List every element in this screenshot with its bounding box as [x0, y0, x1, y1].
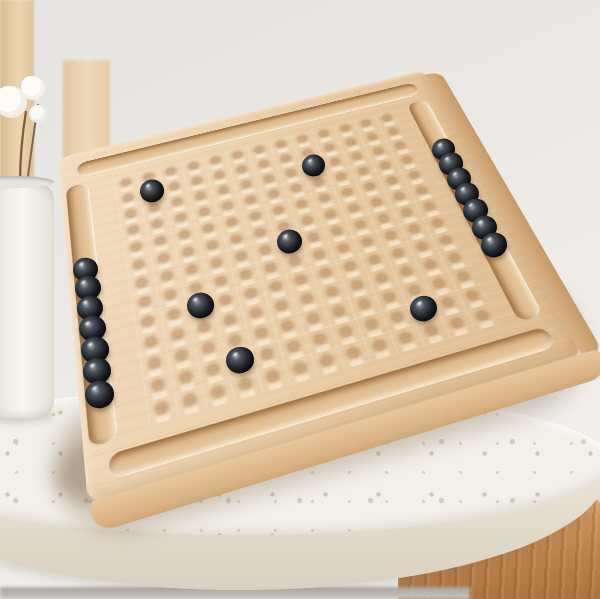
- product-photo-scene: [0, 0, 600, 599]
- vase: [0, 178, 54, 418]
